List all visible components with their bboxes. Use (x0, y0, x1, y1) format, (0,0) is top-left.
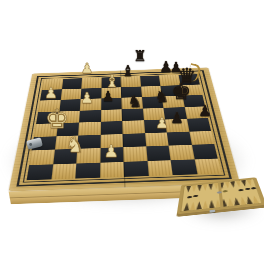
white-pawn-piece-a5[interactable]: ♟ (44, 86, 57, 101)
black-pawn-piece-h4[interactable]: ♟ (198, 104, 211, 119)
black-rook-piece-e8[interactable]: ♜ (133, 49, 146, 64)
black-pawn-piece-g3[interactable]: ♟ (170, 111, 183, 126)
white-king-piece-a3[interactable]: ♚ (45, 105, 69, 132)
black-pawn-piece-c5[interactable]: ♟ (102, 89, 115, 103)
white-bishop-piece-d7[interactable]: ♝ (104, 73, 119, 90)
pieces-layer: ♟♝♟♟♚♞♟♟♜♝♟♟♛♟♞♚♞♟♟ (0, 0, 264, 264)
white-pawn-piece-b8[interactable]: ♟ (81, 61, 94, 75)
black-king-piece-g5[interactable]: ♚ (171, 81, 191, 103)
product-photo-scene: ♟♝♟♟♚♞♟♟♜♝♟♟♛♟♞♚♞♟♟ (0, 0, 264, 264)
black-knight-piece-e4[interactable]: ♞ (128, 94, 142, 110)
white-pawn-piece-f3[interactable]: ♟ (155, 116, 168, 131)
white-pawn-piece-d1[interactable]: ♟ (103, 143, 118, 160)
white-pawn-piece-b5[interactable]: ♟ (80, 91, 93, 106)
white-knight-piece-b1[interactable]: ♞ (66, 135, 85, 156)
black-bishop-piece-d8[interactable]: ♝ (121, 64, 134, 79)
black-knight-piece-f5[interactable]: ♞ (155, 89, 169, 105)
